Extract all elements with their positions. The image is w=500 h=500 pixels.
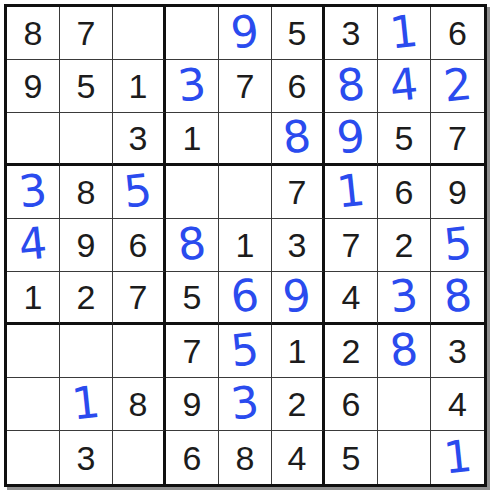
- given-digit: 9: [24, 69, 43, 103]
- cell-r5c4[interactable]: 8: [166, 219, 219, 272]
- given-digit: 3: [77, 441, 96, 475]
- cell-r2c2[interactable]: 5: [60, 60, 113, 113]
- given-digit: 3: [342, 16, 361, 50]
- entered-digit: 8: [335, 62, 367, 109]
- cell-r1c5[interactable]: 9: [219, 7, 272, 60]
- cell-r7c6[interactable]: 1: [272, 325, 325, 378]
- entered-digit: 3: [388, 273, 420, 320]
- entered-digit: 9: [229, 9, 261, 56]
- given-digit: 2: [288, 387, 307, 421]
- given-digit: 5: [395, 121, 414, 155]
- cell-r8c9[interactable]: 4: [431, 378, 484, 431]
- cell-r3c1[interactable]: [7, 113, 60, 166]
- given-digit: 4: [448, 387, 467, 421]
- cell-r6c9[interactable]: 8: [431, 272, 484, 325]
- given-digit: 7: [236, 69, 255, 103]
- cell-r2c4[interactable]: 3: [166, 60, 219, 113]
- cell-r2c5[interactable]: 7: [219, 60, 272, 113]
- cell-r4c2[interactable]: 8: [60, 166, 113, 219]
- given-digit: 5: [342, 441, 361, 475]
- cell-r4c5[interactable]: [219, 166, 272, 219]
- entered-digit: 1: [335, 168, 367, 215]
- cell-r5c3[interactable]: 6: [113, 219, 166, 272]
- cell-r7c9[interactable]: 3: [431, 325, 484, 378]
- cell-r6c3[interactable]: 7: [113, 272, 166, 325]
- given-digit: 7: [342, 228, 361, 262]
- given-digit: 7: [129, 280, 148, 314]
- cell-r6c2[interactable]: 2: [60, 272, 113, 325]
- entered-digit: 9: [335, 114, 367, 161]
- cell-r3c9[interactable]: 7: [431, 113, 484, 166]
- cell-r4c8[interactable]: 6: [378, 166, 431, 219]
- cell-r3c4[interactable]: 1: [166, 113, 219, 166]
- entered-digit: 5: [441, 221, 473, 268]
- given-digit: 5: [77, 69, 96, 103]
- cell-r6c7[interactable]: 4: [325, 272, 378, 325]
- cell-r6c5[interactable]: 6: [219, 272, 272, 325]
- cell-r2c8[interactable]: 4: [378, 60, 431, 113]
- entered-digit: 5: [122, 168, 154, 215]
- cell-r1c4[interactable]: [166, 7, 219, 60]
- cell-r8c2[interactable]: 1: [60, 378, 113, 431]
- page: 8795316951376842318957385716949681372512…: [0, 0, 500, 500]
- given-digit: 1: [183, 121, 202, 155]
- entered-digit: 8: [388, 327, 420, 374]
- cell-r1c3[interactable]: [113, 7, 166, 60]
- cell-r3c3[interactable]: 3: [113, 113, 166, 166]
- cell-r3c6[interactable]: 8: [272, 113, 325, 166]
- cell-r7c3[interactable]: [113, 325, 166, 378]
- cell-r2c7[interactable]: 8: [325, 60, 378, 113]
- cell-r7c1[interactable]: [7, 325, 60, 378]
- cell-r5c2[interactable]: 9: [60, 219, 113, 272]
- given-digit: 8: [77, 175, 96, 209]
- cell-r6c8[interactable]: 3: [378, 272, 431, 325]
- cell-r7c8[interactable]: 8: [378, 325, 431, 378]
- cell-r3c7[interactable]: 9: [325, 113, 378, 166]
- given-digit: 2: [395, 228, 414, 262]
- entered-digit: 8: [176, 221, 208, 268]
- entered-digit: 4: [388, 62, 420, 109]
- given-digit: 7: [183, 334, 202, 368]
- entered-digit: 1: [388, 9, 420, 56]
- cell-r9c4[interactable]: 6: [166, 431, 219, 484]
- entered-digit: 8: [441, 273, 473, 320]
- given-digit: 6: [129, 228, 148, 262]
- entered-digit: 1: [70, 380, 102, 427]
- cell-r3c8[interactable]: 5: [378, 113, 431, 166]
- cell-r7c2[interactable]: [60, 325, 113, 378]
- cell-r5c6[interactable]: 3: [272, 219, 325, 272]
- cell-r2c9[interactable]: 2: [431, 60, 484, 113]
- given-digit: 5: [183, 280, 202, 314]
- entered-digit: 4: [17, 221, 49, 268]
- cell-r3c2[interactable]: [60, 113, 113, 166]
- entered-digit: 2: [441, 62, 473, 109]
- given-digit: 4: [288, 441, 307, 475]
- given-digit: 7: [448, 121, 467, 155]
- given-digit: 3: [288, 228, 307, 262]
- given-digit: 2: [342, 334, 361, 368]
- cell-r4c4[interactable]: [166, 166, 219, 219]
- cell-r4c7[interactable]: 1: [325, 166, 378, 219]
- entered-digit: 3: [229, 380, 261, 427]
- cell-r8c6[interactable]: 2: [272, 378, 325, 431]
- given-digit: 9: [183, 387, 202, 421]
- cell-r9c9[interactable]: 1: [431, 431, 484, 484]
- given-digit: 7: [77, 16, 96, 50]
- cell-r9c6[interactable]: 4: [272, 431, 325, 484]
- given-digit: 8: [24, 16, 43, 50]
- cell-r2c6[interactable]: 6: [272, 60, 325, 113]
- cell-r6c4[interactable]: 5: [166, 272, 219, 325]
- entered-digit: 1: [441, 433, 473, 480]
- cell-r9c7[interactable]: 5: [325, 431, 378, 484]
- cell-r7c5[interactable]: 5: [219, 325, 272, 378]
- cell-r5c7[interactable]: 7: [325, 219, 378, 272]
- given-digit: 8: [236, 441, 255, 475]
- cell-r5c5[interactable]: 1: [219, 219, 272, 272]
- cell-r9c8[interactable]: [378, 431, 431, 484]
- given-digit: 7: [288, 175, 307, 209]
- given-digit: 2: [77, 280, 96, 314]
- cell-r1c6[interactable]: 5: [272, 7, 325, 60]
- given-digit: 6: [183, 441, 202, 475]
- given-digit: 5: [288, 16, 307, 50]
- cell-r9c5[interactable]: 8: [219, 431, 272, 484]
- given-digit: 1: [24, 280, 43, 314]
- cell-r5c9[interactable]: 5: [431, 219, 484, 272]
- cell-r4c3[interactable]: 5: [113, 166, 166, 219]
- cell-r3c5[interactable]: [219, 113, 272, 166]
- cell-r6c6[interactable]: 9: [272, 272, 325, 325]
- cell-r9c3[interactable]: [113, 431, 166, 484]
- cell-r8c1[interactable]: [7, 378, 60, 431]
- cell-r7c4[interactable]: 7: [166, 325, 219, 378]
- cell-r1c1[interactable]: 8: [7, 7, 60, 60]
- cell-r1c9[interactable]: 6: [431, 7, 484, 60]
- given-digit: 4: [342, 280, 361, 314]
- cell-r4c6[interactable]: 7: [272, 166, 325, 219]
- cell-r2c3[interactable]: 1: [113, 60, 166, 113]
- cell-r8c5[interactable]: 3: [219, 378, 272, 431]
- cell-r7c7[interactable]: 2: [325, 325, 378, 378]
- entered-digit: 6: [229, 273, 261, 320]
- given-digit: 1: [288, 334, 307, 368]
- cell-r9c1[interactable]: [7, 431, 60, 484]
- entered-digit: 9: [281, 273, 313, 320]
- entered-digit: 8: [281, 114, 313, 161]
- given-digit: 9: [448, 175, 467, 209]
- cell-r1c7[interactable]: 3: [325, 7, 378, 60]
- given-digit: 6: [448, 16, 467, 50]
- cell-r1c8[interactable]: 1: [378, 7, 431, 60]
- cell-r6c1[interactable]: 1: [7, 272, 60, 325]
- cell-r5c1[interactable]: 4: [7, 219, 60, 272]
- cell-r8c7[interactable]: 6: [325, 378, 378, 431]
- given-digit: 6: [288, 69, 307, 103]
- given-digit: 6: [342, 387, 361, 421]
- entered-digit: 3: [176, 62, 208, 109]
- cell-r1c2[interactable]: 7: [60, 7, 113, 60]
- cell-r8c4[interactable]: 9: [166, 378, 219, 431]
- cell-r4c9[interactable]: 9: [431, 166, 484, 219]
- cell-r5c8[interactable]: 2: [378, 219, 431, 272]
- entered-digit: 3: [17, 168, 49, 215]
- cell-r2c1[interactable]: 9: [7, 60, 60, 113]
- entered-digit: 5: [229, 327, 261, 374]
- given-digit: 9: [77, 228, 96, 262]
- given-digit: 6: [395, 175, 414, 209]
- cell-r4c1[interactable]: 3: [7, 166, 60, 219]
- given-digit: 3: [448, 334, 467, 368]
- given-digit: 3: [129, 121, 148, 155]
- cell-r8c3[interactable]: 8: [113, 378, 166, 431]
- given-digit: 1: [236, 228, 255, 262]
- sudoku-board: 8795316951376842318957385716949681372512…: [4, 4, 487, 487]
- cell-r9c2[interactable]: 3: [60, 431, 113, 484]
- given-digit: 1: [129, 69, 148, 103]
- cell-r8c8[interactable]: [378, 378, 431, 431]
- given-digit: 8: [129, 387, 148, 421]
